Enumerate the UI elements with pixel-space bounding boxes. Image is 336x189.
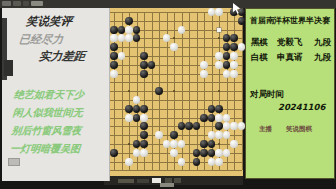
toolbar-button[interactable] [174,178,181,183]
host-row: 主播 笑说围棋 [259,125,312,134]
black-stone [230,34,238,42]
white-stone [215,131,223,139]
white-stone [110,34,118,42]
black-stone [223,52,231,60]
black-stone [133,26,141,34]
window-control-icon[interactable] [31,1,43,6]
black-stone [133,105,141,113]
black-stone [140,105,148,113]
title-bar [0,0,336,8]
black-stone [223,61,231,69]
grid-line [107,170,242,171]
game-info-panel: 首届南洋杯世界半决赛 黑棋 党毅飞 九段 白棋 申真谞 九段 对局时间 2024… [245,8,335,179]
white-stone [200,61,208,69]
white-stone [230,70,238,78]
window-control-icon[interactable] [23,1,29,6]
white-stone [230,61,238,69]
grid-line [107,100,242,101]
white-stone [118,34,126,42]
black-player-name: 党毅飞 [277,37,303,49]
white-stone [170,43,178,51]
black-stone [110,52,118,60]
taskbar-item[interactable] [160,183,174,187]
black-stone [223,34,231,42]
black-stone [200,114,208,122]
black-stone [140,122,148,130]
white-stone [163,140,171,148]
star-point [218,143,220,145]
white-label: 白棋 [251,52,268,64]
black-stone [215,122,223,130]
black-stone [208,140,216,148]
go-board[interactable] [104,8,243,176]
black-stone [148,61,156,69]
white-stone [223,70,231,78]
white-stone [110,70,118,78]
white-stone [230,140,238,148]
black-stone [125,105,133,113]
black-stone [155,87,163,95]
black-stone [140,70,148,78]
window-control-icon[interactable] [2,1,11,6]
white-stone [200,70,208,78]
toolbar-button[interactable] [118,179,134,183]
black-stone [110,43,118,51]
black-stone [125,17,133,25]
white-stone [215,8,223,16]
white-stone [178,140,186,148]
panel-corner-chip[interactable] [8,158,20,166]
black-stone [185,122,193,130]
black-stone [230,43,238,51]
poem-line: 绝艺如君天下少 [13,86,84,104]
app-window: 笑说笑评 已经尽力 实力差距 绝艺如君天下少 闲人似我世间无 别后竹窗风雪夜 一… [0,0,336,189]
black-stone [140,52,148,60]
black-stone [133,34,141,42]
white-stone [230,122,238,130]
white-stone [223,131,231,139]
poem-line: 闲人似我世间无 [12,104,83,122]
black-stone [193,158,201,166]
black-stone [110,149,118,157]
white-stone [140,149,148,157]
game-date: 20241106 [278,102,325,112]
white-stone [125,158,133,166]
black-label: 黑棋 [251,37,268,49]
white-stone [208,158,216,166]
white-stone [223,114,231,122]
black-stone [133,114,141,122]
white-stone [170,140,178,148]
white-stone [178,158,186,166]
grid-line [242,12,243,170]
black-stone [208,149,216,157]
black-stone [140,140,148,148]
event-title: 首届南洋杯世界半决赛 [250,15,330,26]
white-stone [125,26,133,34]
game-time-label: 对局时间 [250,89,284,101]
black-stone [178,122,186,130]
black-stone [110,61,118,69]
poem-text: 绝艺如君天下少 闲人似我世间无 别后竹窗风雪夜 一灯明暗覆吴图 [9,86,84,158]
poem-line: 一灯明暗覆吴图 [9,140,80,158]
black-stone [208,114,216,122]
star-point [128,143,130,145]
poem-line: 别后竹窗风雪夜 [11,122,82,140]
white-stone [163,34,171,42]
white-stone [178,26,186,34]
grid-line [107,82,242,83]
white-stone [208,131,216,139]
white-stone [215,114,223,122]
black-stone [140,131,148,139]
black-stone [110,26,118,34]
black-player-row: 黑棋 党毅飞 九段 [251,37,331,49]
commentary-panel: 笑说笑评 已经尽力 实力差距 绝艺如君天下少 闲人似我世间无 别后竹窗风雪夜 一… [2,8,110,181]
white-player-row: 白棋 申真谞 九段 [251,52,331,64]
window-control-icon[interactable] [13,1,21,6]
black-stone [133,140,141,148]
white-stone [215,61,223,69]
black-stone [208,105,216,113]
white-stone [133,149,141,157]
black-stone [118,26,126,34]
white-stone [223,149,231,157]
grid-line [107,74,242,75]
white-stone [215,149,223,157]
black-stone [140,61,148,69]
commentary-line: 笑说笑评 [25,14,73,29]
black-stone [170,131,178,139]
black-stone [193,149,201,157]
black-stone [200,149,208,157]
white-stone [215,52,223,60]
white-stone [208,8,216,16]
white-player-name: 申真谞 [277,52,303,64]
black-stone [223,43,231,51]
black-player-rank: 九段 [314,37,331,49]
white-stone [223,122,231,130]
white-player-rank: 九段 [314,52,331,64]
commentary-line: 实力差距 [38,49,86,64]
host-name: 笑说围棋 [286,125,312,134]
white-stone [155,131,163,139]
white-stone [125,114,133,122]
white-stone [215,158,223,166]
black-stone [193,122,201,130]
last-move-marker [217,28,221,32]
white-stone [118,52,126,60]
white-stone [230,52,238,60]
white-stone [125,34,133,42]
panel-edge-block [4,60,13,76]
commentary-line: 已经尽力 [18,32,64,47]
white-stone [133,96,141,104]
white-stone [170,149,178,157]
host-label: 主播 [259,125,272,134]
white-stone [140,114,148,122]
black-stone [215,105,223,113]
toolbar-button[interactable] [137,179,149,183]
black-stone [200,140,208,148]
